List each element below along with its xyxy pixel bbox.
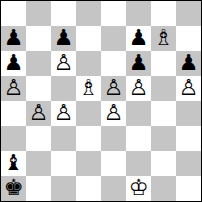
square-a8[interactable] (1, 1, 26, 26)
square-e5[interactable]: ♙ (101, 76, 126, 101)
square-c1[interactable] (51, 176, 76, 201)
square-b2[interactable] (26, 151, 51, 176)
square-e2[interactable] (101, 151, 126, 176)
white-bishop-d5[interactable]: ♗ (79, 76, 99, 100)
square-g2[interactable] (151, 151, 176, 176)
square-e8[interactable] (101, 1, 126, 26)
white-pawn-h5[interactable]: ♙ (179, 76, 199, 100)
square-b7[interactable] (26, 26, 51, 51)
square-a2[interactable]: ♝ (1, 151, 26, 176)
white-pawn-c6[interactable]: ♙ (54, 51, 74, 75)
square-a7[interactable]: ♟ (1, 26, 26, 51)
square-e4[interactable]: ♙ (101, 101, 126, 126)
black-pawn-h6[interactable]: ♟ (179, 51, 199, 75)
square-c7[interactable]: ♟ (51, 26, 76, 51)
white-pawn-c4[interactable]: ♙ (54, 101, 74, 125)
square-h7[interactable] (176, 26, 201, 51)
black-pawn-a6[interactable]: ♟ (4, 51, 24, 75)
square-a4[interactable] (1, 101, 26, 126)
square-g1[interactable] (151, 176, 176, 201)
square-c6[interactable]: ♙ (51, 51, 76, 76)
square-f2[interactable] (126, 151, 151, 176)
square-e7[interactable] (101, 26, 126, 51)
square-b3[interactable] (26, 126, 51, 151)
black-bishop-a2[interactable]: ♝ (4, 151, 24, 175)
square-c3[interactable] (51, 126, 76, 151)
square-c5[interactable] (51, 76, 76, 101)
square-h6[interactable]: ♟ (176, 51, 201, 76)
square-d6[interactable] (76, 51, 101, 76)
square-g8[interactable] (151, 1, 176, 26)
square-h4[interactable] (176, 101, 201, 126)
square-a3[interactable] (1, 126, 26, 151)
white-pawn-a5[interactable]: ♙ (4, 76, 24, 100)
square-f5[interactable]: ♙ (126, 76, 151, 101)
square-g7[interactable]: ♗ (151, 26, 176, 51)
black-pawn-f6[interactable]: ♟ (129, 51, 149, 75)
square-f1[interactable]: ♔ (126, 176, 151, 201)
white-bishop-g7[interactable]: ♗ (154, 26, 174, 50)
square-h3[interactable] (176, 126, 201, 151)
square-d1[interactable] (76, 176, 101, 201)
square-b1[interactable] (26, 176, 51, 201)
square-f8[interactable] (126, 1, 151, 26)
black-pawn-c7[interactable]: ♟ (54, 26, 74, 50)
black-pawn-f7[interactable]: ♟ (129, 26, 149, 50)
square-g3[interactable] (151, 126, 176, 151)
square-h8[interactable] (176, 1, 201, 26)
square-h1[interactable] (176, 176, 201, 201)
square-d3[interactable] (76, 126, 101, 151)
square-a5[interactable]: ♙ (1, 76, 26, 101)
square-a1[interactable]: ♚ (1, 176, 26, 201)
square-b6[interactable] (26, 51, 51, 76)
square-b8[interactable] (26, 1, 51, 26)
square-a6[interactable]: ♟ (1, 51, 26, 76)
chess-board: ♟♟♟♗♟♙♟♟♙♗♙♙♙♙♙♙♝♚♔ (0, 0, 202, 202)
square-d2[interactable] (76, 151, 101, 176)
white-pawn-e5[interactable]: ♙ (104, 76, 124, 100)
square-b4[interactable]: ♙ (26, 101, 51, 126)
square-f7[interactable]: ♟ (126, 26, 151, 51)
square-e3[interactable] (101, 126, 126, 151)
square-g6[interactable] (151, 51, 176, 76)
square-f6[interactable]: ♟ (126, 51, 151, 76)
white-pawn-e4[interactable]: ♙ (104, 101, 124, 125)
black-king-a1[interactable]: ♚ (4, 176, 24, 200)
square-g5[interactable] (151, 76, 176, 101)
square-d5[interactable]: ♗ (76, 76, 101, 101)
black-pawn-a7[interactable]: ♟ (4, 26, 24, 50)
white-pawn-f5[interactable]: ♙ (129, 76, 149, 100)
square-b5[interactable] (26, 76, 51, 101)
square-h5[interactable]: ♙ (176, 76, 201, 101)
square-f3[interactable] (126, 126, 151, 151)
square-g4[interactable] (151, 101, 176, 126)
white-king-f1[interactable]: ♔ (129, 176, 149, 200)
square-h2[interactable] (176, 151, 201, 176)
square-e6[interactable] (101, 51, 126, 76)
white-pawn-b4[interactable]: ♙ (29, 101, 49, 125)
square-e1[interactable] (101, 176, 126, 201)
square-d4[interactable] (76, 101, 101, 126)
square-c8[interactable] (51, 1, 76, 26)
square-c2[interactable] (51, 151, 76, 176)
square-f4[interactable] (126, 101, 151, 126)
square-d8[interactable] (76, 1, 101, 26)
square-d7[interactable] (76, 26, 101, 51)
square-c4[interactable]: ♙ (51, 101, 76, 126)
